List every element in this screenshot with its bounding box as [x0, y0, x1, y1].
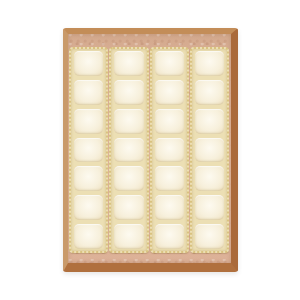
ravioli-pocket — [195, 109, 224, 134]
ravioli-pocket — [195, 138, 224, 163]
ravioli-pocket — [114, 109, 143, 134]
ravioli-pocket — [74, 166, 103, 191]
ravioli-strip — [69, 47, 108, 253]
ravioli-strip — [190, 47, 229, 253]
ravioli-pocket — [155, 109, 184, 134]
ravioli-pocket — [155, 195, 184, 220]
ravioli-pocket — [114, 166, 143, 191]
ravioli-pocket — [155, 51, 184, 76]
wooden-tray — [63, 28, 238, 272]
ravioli-pocket — [114, 224, 143, 249]
ravioli-pocket — [114, 138, 143, 163]
ravioli-pocket — [155, 224, 184, 249]
ravioli-strip — [109, 47, 148, 253]
ravioli-pocket — [114, 80, 143, 105]
ravioli-pocket — [155, 80, 184, 105]
ravioli-pocket — [195, 80, 224, 105]
ravioli-pocket — [114, 195, 143, 220]
ravioli-pocket — [74, 224, 103, 249]
ravioli-pocket — [195, 51, 224, 76]
ravioli-pocket — [74, 138, 103, 163]
ravioli-strip — [150, 47, 189, 253]
ravioli-grid — [69, 47, 229, 253]
ravioli-pocket — [74, 51, 103, 76]
photo-canvas — [0, 0, 300, 300]
ravioli-pocket — [155, 138, 184, 163]
ravioli-pocket — [195, 166, 224, 191]
ravioli-pocket — [195, 224, 224, 249]
ravioli-pocket — [74, 109, 103, 134]
ravioli-pocket — [74, 195, 103, 220]
ravioli-pocket — [114, 51, 143, 76]
ravioli-pocket — [155, 166, 184, 191]
ravioli-pocket — [74, 80, 103, 105]
ravioli-pocket — [195, 195, 224, 220]
